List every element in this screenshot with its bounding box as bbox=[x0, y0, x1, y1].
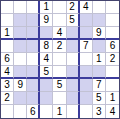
cell-r8c6-empty[interactable] bbox=[67, 92, 80, 105]
cell-r1c3-empty[interactable] bbox=[27, 1, 40, 14]
cell-r4c4-given: 8 bbox=[40, 40, 53, 53]
cell-r8c8-given: 5 bbox=[93, 92, 106, 105]
cell-r8c1-given: 2 bbox=[1, 92, 14, 105]
cell-r3c7-empty[interactable] bbox=[80, 27, 93, 40]
cell-r7c4-empty[interactable] bbox=[40, 79, 53, 92]
cell-r6c9-empty[interactable] bbox=[106, 66, 119, 79]
cell-r5c8-given: 1 bbox=[93, 53, 106, 66]
cell-r9c8-given: 3 bbox=[93, 105, 106, 118]
cell-r9c3-given: 6 bbox=[27, 105, 40, 118]
cell-r2c1-empty[interactable] bbox=[1, 14, 14, 27]
cell-r7c1-given: 3 bbox=[1, 79, 14, 92]
cell-r3c2-empty[interactable] bbox=[14, 27, 27, 40]
cell-r2c3-empty[interactable] bbox=[27, 14, 40, 27]
cell-r9c1-empty[interactable] bbox=[1, 105, 14, 118]
cell-r6c3-empty[interactable] bbox=[27, 66, 40, 79]
cell-r1c4-given: 1 bbox=[40, 1, 53, 14]
cell-r6c5-empty[interactable] bbox=[53, 66, 66, 79]
cell-r5c6-empty[interactable] bbox=[67, 53, 80, 66]
sudoku-board: 12495149827664124539572516134 bbox=[0, 0, 120, 119]
cell-r4c8-empty[interactable] bbox=[93, 40, 106, 53]
cell-r7c6-empty[interactable] bbox=[67, 79, 80, 92]
cell-r1c9-empty[interactable] bbox=[106, 1, 119, 14]
cell-r4c2-empty[interactable] bbox=[14, 40, 27, 53]
cell-r5c4-given: 4 bbox=[40, 53, 53, 66]
cell-r1c6-given: 2 bbox=[67, 1, 80, 14]
cell-r9c4-empty[interactable] bbox=[40, 105, 53, 118]
cell-r9c7-empty[interactable] bbox=[80, 105, 93, 118]
cell-r6c2-empty[interactable] bbox=[14, 66, 27, 79]
cell-r2c7-empty[interactable] bbox=[80, 14, 93, 27]
cell-r1c8-empty[interactable] bbox=[93, 1, 106, 14]
cell-r4c5-given: 2 bbox=[53, 40, 66, 53]
cell-r9c5-given: 1 bbox=[53, 105, 66, 118]
cell-r3c3-empty[interactable] bbox=[27, 27, 40, 40]
cell-r1c1-empty[interactable] bbox=[1, 1, 14, 14]
cell-r2c9-empty[interactable] bbox=[106, 14, 119, 27]
cell-r7c9-empty[interactable] bbox=[106, 79, 119, 92]
cell-r4c9-given: 6 bbox=[106, 40, 119, 53]
cell-r9c6-empty[interactable] bbox=[67, 105, 80, 118]
cell-r2c8-empty[interactable] bbox=[93, 14, 106, 27]
cell-r7c3-empty[interactable] bbox=[27, 79, 40, 92]
cell-r3c4-empty[interactable] bbox=[40, 27, 53, 40]
cell-r3c8-given: 9 bbox=[93, 27, 106, 40]
cell-r7c5-given: 5 bbox=[53, 79, 66, 92]
cell-r3c1-given: 1 bbox=[1, 27, 14, 40]
cell-r1c5-empty[interactable] bbox=[53, 1, 66, 14]
cell-r5c2-empty[interactable] bbox=[14, 53, 27, 66]
cell-r1c7-given: 4 bbox=[80, 1, 93, 14]
cell-r8c7-empty[interactable] bbox=[80, 92, 93, 105]
cell-r5c5-empty[interactable] bbox=[53, 53, 66, 66]
cell-r8c4-empty[interactable] bbox=[40, 92, 53, 105]
cell-r3c6-empty[interactable] bbox=[67, 27, 80, 40]
cell-r9c9-given: 4 bbox=[106, 105, 119, 118]
cell-r4c1-empty[interactable] bbox=[1, 40, 14, 53]
cell-r6c6-empty[interactable] bbox=[67, 66, 80, 79]
cell-r7c8-given: 7 bbox=[93, 79, 106, 92]
cell-r7c7-empty[interactable] bbox=[80, 79, 93, 92]
cell-r5c7-empty[interactable] bbox=[80, 53, 93, 66]
cell-r4c7-given: 7 bbox=[80, 40, 93, 53]
cell-r8c5-empty[interactable] bbox=[53, 92, 66, 105]
cell-r5c9-given: 2 bbox=[106, 53, 119, 66]
cell-r6c1-given: 4 bbox=[1, 66, 14, 79]
cell-r3c9-empty[interactable] bbox=[106, 27, 119, 40]
cell-r2c4-given: 9 bbox=[40, 14, 53, 27]
cell-r6c8-empty[interactable] bbox=[93, 66, 106, 79]
cell-r5c1-given: 6 bbox=[1, 53, 14, 66]
cell-r8c2-empty[interactable] bbox=[14, 92, 27, 105]
cell-r3c5-given: 4 bbox=[53, 27, 66, 40]
cell-r7c2-given: 9 bbox=[14, 79, 27, 92]
cell-r8c3-empty[interactable] bbox=[27, 92, 40, 105]
cell-r6c7-empty[interactable] bbox=[80, 66, 93, 79]
cell-r2c6-given: 5 bbox=[67, 14, 80, 27]
cell-r2c5-empty[interactable] bbox=[53, 14, 66, 27]
cell-r2c2-empty[interactable] bbox=[14, 14, 27, 27]
cell-r4c3-empty[interactable] bbox=[27, 40, 40, 53]
cell-r6c4-given: 5 bbox=[40, 66, 53, 79]
cell-r8c9-given: 1 bbox=[106, 92, 119, 105]
cell-r1c2-empty[interactable] bbox=[14, 1, 27, 14]
cell-r9c2-empty[interactable] bbox=[14, 105, 27, 118]
cell-r5c3-empty[interactable] bbox=[27, 53, 40, 66]
cell-r4c6-empty[interactable] bbox=[67, 40, 80, 53]
